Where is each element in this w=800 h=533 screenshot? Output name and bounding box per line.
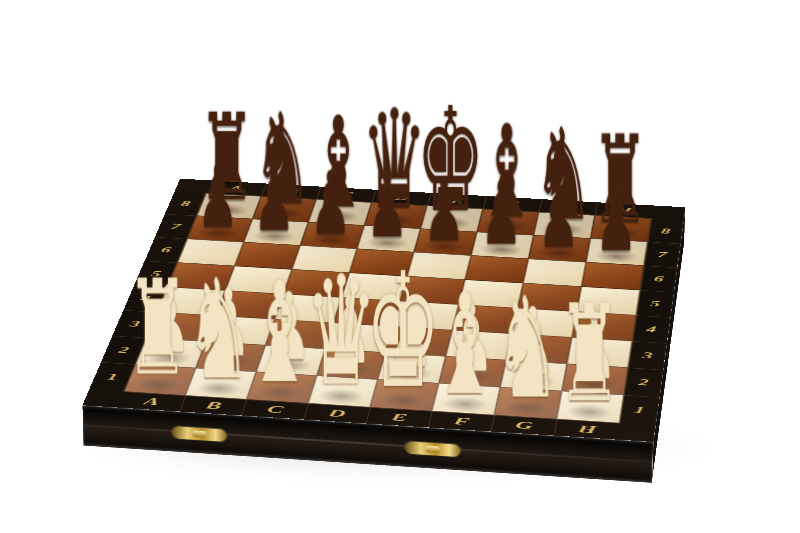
square-e1: ♚ <box>370 379 439 411</box>
square-f1: ♝ <box>432 383 500 415</box>
white-bishop-piece: ♝ <box>246 270 312 395</box>
rank-label-right-2: 2 <box>624 367 664 397</box>
rank-label-right-5: 5 <box>636 290 674 317</box>
board-top-face: ABCDEFGH ABCDEFGH 87654321 87654321 ♜♞♝♛… <box>82 178 685 441</box>
scene: ABCDEFGH ABCDEFGH 87654321 87654321 ♜♞♝♛… <box>0 0 800 533</box>
black-pawn-piece: ♟ <box>253 160 295 238</box>
square-b7: ♟ <box>244 218 309 245</box>
white-bishop-piece: ♝ <box>431 281 498 407</box>
square-a7: ♟ <box>187 215 252 241</box>
brass-latch-right <box>405 441 460 457</box>
product-photo: ABCDEFGH ABCDEFGH 87654321 87654321 ♜♞♝♛… <box>0 0 800 533</box>
square-g1: ♞ <box>494 387 562 419</box>
board-squares: ♜♞♝♛♚♝♞♜♟♟♟♟♟♟♟♟♟♟♟♟♟♟♟♟♜♞♝♛♚♝♞♜ <box>124 193 651 423</box>
rank-label-right-7: 7 <box>644 241 681 267</box>
chess-board: ABCDEFGH ABCDEFGH 87654321 87654321 ♜♞♝♛… <box>82 178 685 441</box>
white-rook-piece: ♜ <box>125 269 188 388</box>
square-f7: ♟ <box>471 231 534 258</box>
rank-label-right-8: 8 <box>648 218 684 243</box>
square-h1: ♜ <box>557 391 624 423</box>
square-h7: ♟ <box>586 238 648 265</box>
black-pawn-piece: ♟ <box>366 167 408 246</box>
rank-label-right-1: 1 <box>619 394 659 424</box>
black-pawn-piece: ♟ <box>197 157 239 235</box>
rank-label-right-4: 4 <box>632 315 670 343</box>
rank-label-right-6: 6 <box>640 265 677 291</box>
black-pawn-piece: ♟ <box>423 170 465 249</box>
white-king-piece: ♚ <box>364 261 440 403</box>
black-pawn-piece: ♟ <box>480 173 522 252</box>
black-pawn-piece: ♟ <box>595 179 637 258</box>
white-rook-piece: ♜ <box>557 294 621 414</box>
brass-latch-left <box>173 426 227 442</box>
white-knight-piece: ♞ <box>185 267 251 392</box>
rank-label-right-3: 3 <box>628 341 667 370</box>
black-pawn-piece: ♟ <box>309 163 351 241</box>
square-g7: ♟ <box>528 235 590 262</box>
black-pawn-piece: ♟ <box>537 176 579 255</box>
white-knight-piece: ♞ <box>493 285 560 411</box>
